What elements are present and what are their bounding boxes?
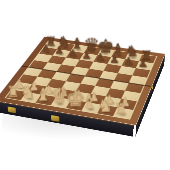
brass-hinge bbox=[151, 85, 152, 92]
brass-clasp-right bbox=[51, 115, 59, 122]
piece-glyph: ♝ bbox=[81, 94, 97, 111]
scene: ♜♞♝♛♚♝♞♜♟♟♟♟♟♟♟♟♟♟♟♟♟♟♟♟♜♞♝♛♚♝♞♜ bbox=[0, 0, 170, 170]
product-photo: ♜♞♝♛♚♝♞♜♟♟♟♟♟♟♟♟♟♟♟♟♟♟♟♟♜♞♝♛♚♝♞♜ bbox=[0, 0, 170, 170]
piece-glyph: ♞ bbox=[97, 97, 114, 115]
piece-glyph: ♞ bbox=[20, 84, 36, 101]
piece-glyph: ♝ bbox=[35, 87, 51, 104]
brass-clasp-left bbox=[8, 107, 16, 114]
piece-glyph: ♚ bbox=[66, 87, 82, 109]
piece-glyph: ♜ bbox=[5, 84, 21, 99]
piece-glyph: ♛ bbox=[50, 86, 66, 107]
chess-box: ♜♞♝♛♚♝♞♜♟♟♟♟♟♟♟♟♟♟♟♟♟♟♟♟♜♞♝♛♚♝♞♜ bbox=[0, 37, 165, 126]
piece-glyph: ♜ bbox=[113, 102, 130, 118]
